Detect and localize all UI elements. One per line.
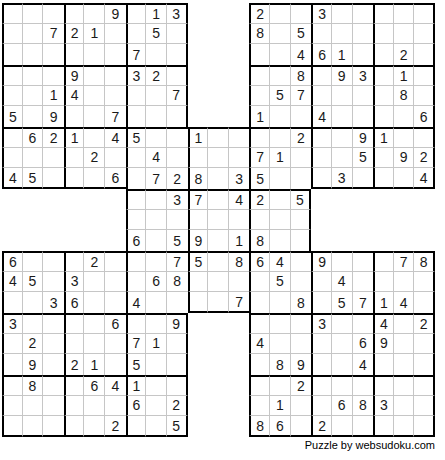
cell-r14c19[interactable] [373,272,394,293]
cell-r3c21[interactable] [414,44,435,65]
cell-r19c6[interactable]: 4 [105,375,126,396]
cell-r9c13[interactable]: 5 [249,168,270,189]
cell-r20c7[interactable]: 6 [126,396,147,417]
cell-r18c15[interactable]: 9 [291,354,312,375]
cell-r2c6[interactable] [105,24,126,45]
cell-r10c10[interactable]: 7 [188,189,209,210]
cell-r19c14[interactable] [270,375,291,396]
cell-r3c15[interactable]: 4 [291,44,312,65]
cell-r10c15[interactable]: 5 [291,189,312,210]
cell-r20c5[interactable] [84,396,105,417]
cell-r12c13[interactable]: 8 [249,230,270,251]
cell-r21c18[interactable] [353,416,374,437]
cell-r4c14[interactable] [270,65,291,86]
cell-r8c5[interactable]: 2 [84,148,105,169]
cell-r6c4[interactable] [64,106,85,127]
cell-r17c1[interactable] [2,334,23,355]
cell-r5c15[interactable]: 7 [291,86,312,107]
cell-r14c10[interactable] [188,272,209,293]
cell-r3c17[interactable]: 1 [332,44,353,65]
cell-r9c16[interactable] [311,168,332,189]
cell-r18c18[interactable]: 4 [353,354,374,375]
cell-r21c17[interactable] [332,416,353,437]
cell-r9c2[interactable]: 5 [23,168,44,189]
cell-r1c3[interactable] [43,3,64,24]
cell-r6c1[interactable]: 5 [2,106,23,127]
cell-r16c3[interactable] [43,313,64,334]
cell-r9c5[interactable] [84,168,105,189]
cell-r7c6[interactable]: 4 [105,127,126,148]
cell-r18c4[interactable]: 2 [64,354,85,375]
cell-r15c15[interactable]: 8 [291,292,312,313]
cell-r2c17[interactable] [332,24,353,45]
cell-r3c9[interactable] [167,44,188,65]
cell-r14c14[interactable]: 5 [270,272,291,293]
cell-r15c5[interactable] [84,292,105,313]
cell-r3c6[interactable] [105,44,126,65]
cell-r20c1[interactable] [2,396,23,417]
cell-r15c16[interactable] [311,292,332,313]
cell-r15c4[interactable]: 6 [64,292,85,313]
cell-r15c19[interactable]: 1 [373,292,394,313]
cell-r4c7[interactable]: 3 [126,65,147,86]
cell-r16c20[interactable] [394,313,415,334]
cell-r9c10[interactable]: 8 [188,168,209,189]
cell-r6c19[interactable] [373,106,394,127]
cell-r9c19[interactable] [373,168,394,189]
cell-r20c16[interactable] [311,396,332,417]
cell-r20c15[interactable] [291,396,312,417]
cell-r7c2[interactable]: 6 [23,127,44,148]
cell-r18c2[interactable]: 9 [23,354,44,375]
cell-r9c14[interactable] [270,168,291,189]
cell-r18c6[interactable] [105,354,126,375]
cell-r7c7[interactable]: 5 [126,127,147,148]
cell-r12c12[interactable]: 1 [229,230,250,251]
cell-r4c13[interactable] [249,65,270,86]
cell-r4c17[interactable]: 9 [332,65,353,86]
cell-r21c9[interactable]: 5 [167,416,188,437]
cell-r15c1[interactable] [2,292,23,313]
cell-r12c15[interactable] [291,230,312,251]
cell-r19c5[interactable]: 6 [84,375,105,396]
cell-r12c14[interactable] [270,230,291,251]
cell-r4c18[interactable]: 3 [353,65,374,86]
cell-r8c20[interactable]: 9 [394,148,415,169]
cell-r17c8[interactable]: 1 [146,334,167,355]
cell-r3c16[interactable]: 6 [311,44,332,65]
cell-r15c14[interactable] [270,292,291,313]
cell-r20c20[interactable] [394,396,415,417]
cell-r2c13[interactable]: 8 [249,24,270,45]
cell-r14c17[interactable]: 4 [332,272,353,293]
cell-r15c18[interactable]: 7 [353,292,374,313]
cell-r11c12[interactable] [229,210,250,231]
cell-r14c15[interactable] [291,272,312,293]
cell-r1c5[interactable] [84,3,105,24]
cell-r4c20[interactable]: 1 [394,65,415,86]
cell-r2c2[interactable] [23,24,44,45]
cell-r7c10[interactable]: 1 [188,127,209,148]
cell-r2c7[interactable] [126,24,147,45]
cell-r16c14[interactable] [270,313,291,334]
cell-r1c8[interactable]: 1 [146,3,167,24]
cell-r1c7[interactable] [126,3,147,24]
cell-r16c8[interactable] [146,313,167,334]
cell-r15c12[interactable]: 7 [229,292,250,313]
cell-r3c3[interactable] [43,44,64,65]
cell-r4c5[interactable] [84,65,105,86]
cell-r8c10[interactable] [188,148,209,169]
cell-r1c2[interactable] [23,3,44,24]
cell-r7c19[interactable]: 1 [373,127,394,148]
cell-r17c6[interactable] [105,334,126,355]
cell-r8c14[interactable]: 1 [270,148,291,169]
cell-r9c11[interactable] [208,168,229,189]
cell-r15c10[interactable] [188,292,209,313]
cell-r4c21[interactable] [414,65,435,86]
cell-r1c18[interactable] [353,3,374,24]
cell-r21c2[interactable] [23,416,44,437]
cell-r5c6[interactable] [105,86,126,107]
cell-r11c7[interactable] [126,210,147,231]
cell-r18c17[interactable] [332,354,353,375]
cell-r7c11[interactable] [208,127,229,148]
cell-r4c16[interactable] [311,65,332,86]
cell-r21c5[interactable] [84,416,105,437]
cell-r16c18[interactable] [353,313,374,334]
cell-r21c16[interactable]: 2 [311,416,332,437]
cell-r19c8[interactable] [146,375,167,396]
cell-r4c8[interactable]: 2 [146,65,167,86]
cell-r17c4[interactable] [64,334,85,355]
cell-r5c7[interactable] [126,86,147,107]
cell-r20c14[interactable]: 1 [270,396,291,417]
cell-r8c4[interactable] [64,148,85,169]
cell-r7c14[interactable] [270,127,291,148]
cell-r3c2[interactable] [23,44,44,65]
cell-r2c21[interactable] [414,24,435,45]
cell-r3c20[interactable]: 2 [394,44,415,65]
cell-r13c17[interactable] [332,251,353,272]
cell-r21c13[interactable]: 8 [249,416,270,437]
cell-r1c19[interactable] [373,3,394,24]
cell-r5c3[interactable]: 1 [43,86,64,107]
cell-r8c17[interactable] [332,148,353,169]
cell-r12c10[interactable]: 9 [188,230,209,251]
cell-r5c5[interactable] [84,86,105,107]
cell-r9c18[interactable] [353,168,374,189]
cell-r4c6[interactable] [105,65,126,86]
cell-r1c20[interactable] [394,3,415,24]
cell-r2c8[interactable]: 5 [146,24,167,45]
cell-r7c4[interactable]: 1 [64,127,85,148]
cell-r16c21[interactable]: 2 [414,313,435,334]
cell-r10c14[interactable] [270,189,291,210]
cell-r9c9[interactable]: 2 [167,168,188,189]
cell-r15c8[interactable] [146,292,167,313]
cell-r11c13[interactable] [249,210,270,231]
cell-r15c2[interactable] [23,292,44,313]
cell-r15c21[interactable] [414,292,435,313]
cell-r1c6[interactable]: 9 [105,3,126,24]
cell-r20c17[interactable]: 6 [332,396,353,417]
cell-r7c9[interactable] [167,127,188,148]
cell-r1c15[interactable] [291,3,312,24]
cell-r5c9[interactable]: 7 [167,86,188,107]
cell-r8c2[interactable] [23,148,44,169]
cell-r8c15[interactable] [291,148,312,169]
cell-r20c18[interactable]: 8 [353,396,374,417]
cell-r5c16[interactable] [311,86,332,107]
cell-r2c16[interactable] [311,24,332,45]
cell-r15c13[interactable] [249,292,270,313]
cell-r8c8[interactable]: 4 [146,148,167,169]
cell-r1c13[interactable]: 2 [249,3,270,24]
cell-r8c16[interactable] [311,148,332,169]
cell-r16c2[interactable] [23,313,44,334]
cell-r6c15[interactable] [291,106,312,127]
cell-r3c1[interactable] [2,44,23,65]
cell-r14c20[interactable] [394,272,415,293]
cell-r11c8[interactable] [146,210,167,231]
cell-r19c21[interactable] [414,375,435,396]
cell-r2c4[interactable]: 2 [64,24,85,45]
cell-r14c16[interactable] [311,272,332,293]
cell-r14c8[interactable]: 6 [146,272,167,293]
cell-r5c18[interactable] [353,86,374,107]
cell-r9c4[interactable] [64,168,85,189]
cell-r19c13[interactable] [249,375,270,396]
cell-r17c3[interactable] [43,334,64,355]
cell-r13c3[interactable] [43,251,64,272]
cell-r14c5[interactable] [84,272,105,293]
cell-r7c16[interactable] [311,127,332,148]
cell-r10c7[interactable] [126,189,147,210]
cell-r6c13[interactable]: 1 [249,106,270,127]
cell-r13c18[interactable] [353,251,374,272]
cell-r11c15[interactable] [291,210,312,231]
cell-r20c3[interactable] [43,396,64,417]
cell-r4c2[interactable] [23,65,44,86]
cell-r3c19[interactable] [373,44,394,65]
cell-r4c4[interactable]: 9 [64,65,85,86]
cell-r6c20[interactable] [394,106,415,127]
cell-r14c2[interactable]: 5 [23,272,44,293]
cell-r19c17[interactable] [332,375,353,396]
cell-r9c7[interactable] [126,168,147,189]
cell-r6c17[interactable] [332,106,353,127]
cell-r21c6[interactable]: 2 [105,416,126,437]
cell-r17c18[interactable]: 6 [353,334,374,355]
cell-r8c3[interactable] [43,148,64,169]
cell-r15c17[interactable]: 5 [332,292,353,313]
cell-r10c13[interactable]: 2 [249,189,270,210]
cell-r6c7[interactable] [126,106,147,127]
cell-r2c3[interactable]: 7 [43,24,64,45]
cell-r13c8[interactable] [146,251,167,272]
cell-r7c18[interactable]: 9 [353,127,374,148]
cell-r1c16[interactable]: 3 [311,3,332,24]
cell-r16c13[interactable] [249,313,270,334]
cell-r13c9[interactable]: 7 [167,251,188,272]
cell-r3c8[interactable] [146,44,167,65]
cell-r6c9[interactable] [167,106,188,127]
cell-r18c19[interactable] [373,354,394,375]
cell-r8c1[interactable] [2,148,23,169]
cell-r6c18[interactable] [353,106,374,127]
cell-r5c2[interactable] [23,86,44,107]
cell-r17c13[interactable]: 4 [249,334,270,355]
cell-r18c5[interactable]: 1 [84,354,105,375]
cell-r6c2[interactable] [23,106,44,127]
cell-r1c9[interactable]: 3 [167,3,188,24]
cell-r9c21[interactable]: 4 [414,168,435,189]
cell-r17c20[interactable] [394,334,415,355]
cell-r14c11[interactable] [208,272,229,293]
cell-r6c5[interactable] [84,106,105,127]
cell-r13c6[interactable] [105,251,126,272]
cell-r16c7[interactable] [126,313,147,334]
cell-r16c19[interactable]: 4 [373,313,394,334]
cell-r19c2[interactable]: 8 [23,375,44,396]
cell-r7c20[interactable] [394,127,415,148]
cell-r14c6[interactable] [105,272,126,293]
cell-r2c19[interactable] [373,24,394,45]
cell-r15c20[interactable]: 4 [394,292,415,313]
cell-r5c21[interactable] [414,86,435,107]
cell-r10c9[interactable]: 3 [167,189,188,210]
cell-r14c4[interactable]: 3 [64,272,85,293]
cell-r18c9[interactable] [167,354,188,375]
cell-r8c11[interactable] [208,148,229,169]
cell-r16c9[interactable]: 9 [167,313,188,334]
cell-r15c6[interactable] [105,292,126,313]
cell-r7c13[interactable] [249,127,270,148]
cell-r19c3[interactable] [43,375,64,396]
cell-r8c18[interactable]: 5 [353,148,374,169]
cell-r16c1[interactable]: 3 [2,313,23,334]
cell-r7c17[interactable] [332,127,353,148]
cell-r21c8[interactable] [146,416,167,437]
cell-r8c19[interactable] [373,148,394,169]
cell-r13c2[interactable] [23,251,44,272]
cell-r20c4[interactable] [64,396,85,417]
cell-r18c1[interactable] [2,354,23,375]
cell-r21c15[interactable] [291,416,312,437]
cell-r16c5[interactable] [84,313,105,334]
cell-r14c7[interactable] [126,272,147,293]
cell-r3c7[interactable]: 7 [126,44,147,65]
cell-r7c1[interactable] [2,127,23,148]
cell-r15c11[interactable] [208,292,229,313]
cell-r7c5[interactable] [84,127,105,148]
cell-r13c12[interactable]: 8 [229,251,250,272]
cell-r19c9[interactable] [167,375,188,396]
cell-r7c21[interactable] [414,127,435,148]
cell-r13c7[interactable] [126,251,147,272]
cell-r11c11[interactable] [208,210,229,231]
cell-r4c1[interactable] [2,65,23,86]
cell-r7c8[interactable] [146,127,167,148]
cell-r17c9[interactable] [167,334,188,355]
cell-r11c10[interactable] [188,210,209,231]
cell-r13c11[interactable] [208,251,229,272]
cell-r12c7[interactable]: 6 [126,230,147,251]
cell-r13c1[interactable]: 6 [2,251,23,272]
cell-r17c14[interactable] [270,334,291,355]
cell-r6c21[interactable]: 6 [414,106,435,127]
cell-r15c7[interactable]: 4 [126,292,147,313]
cell-r13c5[interactable]: 2 [84,251,105,272]
cell-r19c7[interactable]: 1 [126,375,147,396]
cell-r18c13[interactable] [249,354,270,375]
cell-r19c16[interactable] [311,375,332,396]
cell-r20c8[interactable] [146,396,167,417]
cell-r7c12[interactable] [229,127,250,148]
cell-r20c2[interactable] [23,396,44,417]
cell-r14c12[interactable] [229,272,250,293]
cell-r17c17[interactable] [332,334,353,355]
cell-r17c16[interactable] [311,334,332,355]
cell-r17c2[interactable]: 2 [23,334,44,355]
cell-r9c3[interactable] [43,168,64,189]
cell-r15c3[interactable]: 3 [43,292,64,313]
cell-r3c14[interactable] [270,44,291,65]
cell-r16c16[interactable]: 3 [311,313,332,334]
cell-r2c14[interactable] [270,24,291,45]
cell-r3c5[interactable] [84,44,105,65]
cell-r1c4[interactable] [64,3,85,24]
cell-r20c13[interactable] [249,396,270,417]
cell-r12c9[interactable]: 5 [167,230,188,251]
cell-r16c4[interactable] [64,313,85,334]
cell-r11c9[interactable] [167,210,188,231]
cell-r13c4[interactable] [64,251,85,272]
cell-r6c8[interactable] [146,106,167,127]
cell-r2c5[interactable]: 1 [84,24,105,45]
cell-r12c8[interactable] [146,230,167,251]
cell-r4c19[interactable] [373,65,394,86]
cell-r21c1[interactable] [2,416,23,437]
cell-r19c15[interactable]: 2 [291,375,312,396]
cell-r21c3[interactable] [43,416,64,437]
cell-r16c15[interactable] [291,313,312,334]
cell-r10c12[interactable]: 4 [229,189,250,210]
cell-r16c17[interactable] [332,313,353,334]
cell-r14c1[interactable]: 4 [2,272,23,293]
cell-r14c21[interactable] [414,272,435,293]
cell-r20c19[interactable]: 3 [373,396,394,417]
cell-r21c21[interactable] [414,416,435,437]
cell-r19c4[interactable] [64,375,85,396]
cell-r2c15[interactable]: 5 [291,24,312,45]
cell-r19c18[interactable] [353,375,374,396]
cell-r9c15[interactable] [291,168,312,189]
cell-r2c18[interactable] [353,24,374,45]
cell-r16c6[interactable]: 6 [105,313,126,334]
cell-r5c20[interactable]: 8 [394,86,415,107]
cell-r21c4[interactable] [64,416,85,437]
cell-r13c16[interactable]: 9 [311,251,332,272]
cell-r13c13[interactable]: 6 [249,251,270,272]
cell-r9c20[interactable] [394,168,415,189]
cell-r5c17[interactable] [332,86,353,107]
cell-r17c19[interactable]: 9 [373,334,394,355]
cell-r6c3[interactable]: 9 [43,106,64,127]
cell-r4c3[interactable] [43,65,64,86]
cell-r13c14[interactable]: 4 [270,251,291,272]
